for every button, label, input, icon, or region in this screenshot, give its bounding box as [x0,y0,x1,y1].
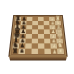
square-d1: ♛ [56,29,62,34]
black-pawn-piece: ♟ [19,49,24,54]
square-d6 [26,29,32,34]
square-g1: ♞ [57,44,64,49]
square-d7: ♟ [20,29,26,34]
square-d8: ♛ [14,29,20,34]
black-pawn-piece: ♟ [20,34,25,39]
square-d4 [38,29,44,34]
white-bishop-piece: ♝ [57,37,63,44]
black-rook-piece: ♜ [12,47,18,54]
chess-set-photo: ♜♟♟♜♞♟♟♞♝♟♟♝♛♟♟♛♚♟♟♚♝♟♟♝♞♟♟♞♜♟♟♜ [0,0,74,74]
chess-board: ♜♟♟♜♞♟♟♞♝♟♟♝♛♟♟♛♚♟♟♚♝♟♟♝♞♟♟♞♜♟♟♜ [8,15,67,57]
black-pawn-piece: ♟ [21,29,25,34]
white-pawn-piece: ♟ [51,29,55,34]
square-d2: ♟ [50,29,56,34]
white-pawn-piece: ♟ [51,34,56,39]
square-f1: ♝ [56,39,63,44]
black-bishop-piece: ♝ [13,37,19,44]
black-pawn-piece: ♟ [21,20,25,25]
white-queen-piece: ♛ [56,27,63,34]
board-front-edge [8,56,68,61]
board-grid: ♜♟♟♜♞♟♟♞♝♟♟♝♛♟♟♛♚♟♟♚♝♟♟♝♞♟♟♞♜♟♟♜ [12,17,64,54]
board-frame: ♜♟♟♜♞♟♟♞♝♟♟♝♛♟♟♛♚♟♟♚♝♟♟♝♞♟♟♞♜♟♟♜ [8,15,67,57]
white-pawn-piece: ♟ [50,20,54,25]
square-a1: ♜ [55,17,61,21]
square-d5 [32,29,38,34]
white-pawn-piece: ♟ [52,49,57,54]
white-rook-piece: ♜ [58,47,64,54]
square-h1: ♜ [57,49,64,54]
square-d3 [44,29,50,34]
